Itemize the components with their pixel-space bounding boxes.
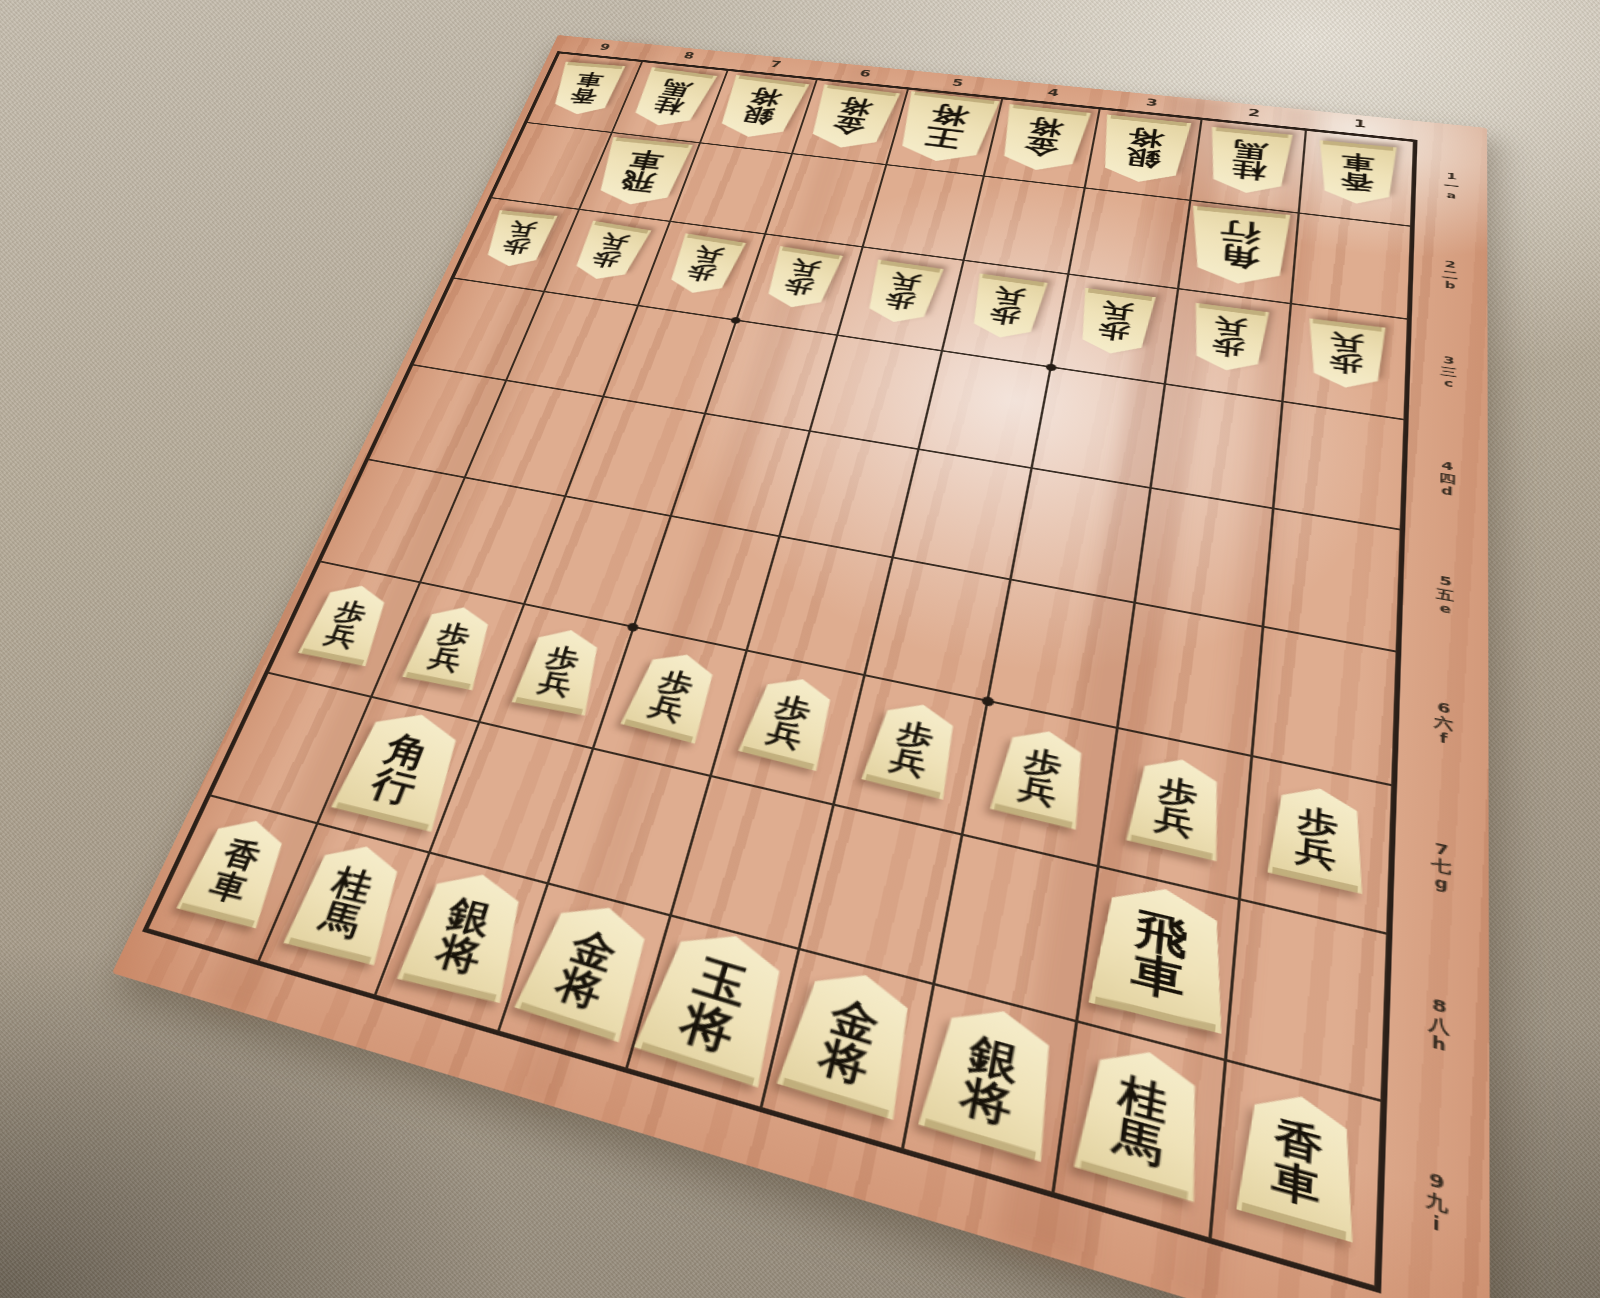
piece-kanji-char: 兵: [1329, 330, 1363, 355]
piece-kanji-char: 兵: [1213, 314, 1247, 339]
file-label-4: 4: [1032, 85, 1075, 100]
piece-kanji-char: 兵: [788, 257, 822, 280]
piece-kanji-char: 馬: [1232, 138, 1268, 161]
piece-king-5a[interactable]: 王将: [891, 91, 1000, 167]
piece-kanji-char: 兵: [507, 219, 539, 239]
piece-kanji-char: 兵: [993, 285, 1027, 309]
piece-kanji-char: 兵: [598, 231, 632, 253]
rank-label-d: 4四d: [1423, 456, 1472, 501]
square-5b[interactable]: [863, 165, 984, 260]
piece-kanji-char: 兵: [1101, 299, 1135, 323]
piece-kanji-char: 兵: [888, 270, 922, 293]
file-label-5: 5: [937, 75, 979, 90]
rank-label-b: 2二b: [1428, 257, 1473, 294]
square-3d[interactable]: [1032, 367, 1164, 488]
file-label-8: 8: [669, 49, 709, 63]
piece-kanji-char: 兵: [645, 691, 687, 726]
rank-label-h: 8八h: [1409, 990, 1469, 1061]
square-4e[interactable]: [893, 449, 1032, 579]
piece-kanji-char: 兵: [691, 244, 725, 266]
piece-bishop-2b[interactable]: 角行: [1187, 206, 1290, 289]
piece-kanji-char: 兵: [1017, 773, 1060, 811]
piece-kanji-char: 車: [1129, 950, 1186, 1007]
piece-kanji-char: 将: [815, 1034, 873, 1091]
rank-label-a: 1一a: [1430, 169, 1473, 203]
piece-pawn-4c[interactable]: 歩兵: [966, 274, 1048, 343]
piece-kanji-char: 兵: [426, 644, 465, 675]
rank-label-g: 7七g: [1413, 835, 1470, 898]
rank-label-i: 9九i: [1404, 1164, 1468, 1245]
piece-kanji-char: 兵: [1153, 802, 1196, 841]
file-label-6: 6: [845, 66, 886, 80]
piece-kanji-char: 行: [367, 765, 421, 810]
piece-pawn-2c[interactable]: 歩兵: [1188, 303, 1268, 376]
piece-kanji-char: 車: [1341, 151, 1375, 173]
piece-kanji-char: 将: [431, 931, 485, 980]
piece-kanji-char: 兵: [764, 717, 806, 753]
file-label-1: 1: [1337, 116, 1382, 132]
file-label-2: 2: [1232, 105, 1277, 121]
rank-label-f: 6六f: [1416, 696, 1470, 752]
piece-kanji-char: 車: [574, 70, 605, 88]
piece-kanji-char: 兵: [535, 668, 574, 700]
piece-kanji-char: 将: [928, 102, 971, 128]
piece-kanji-char: 車: [1270, 1157, 1321, 1213]
rank-label-e: 5五e: [1420, 570, 1471, 620]
piece-gold-4a[interactable]: 金将: [995, 104, 1092, 175]
square-4d[interactable]: [919, 351, 1052, 469]
piece-silver-3a[interactable]: 銀将: [1096, 114, 1192, 186]
piece-kanji-char: 将: [746, 85, 784, 108]
piece-kanji-char: 将: [550, 962, 607, 1015]
piece-kanji-char: 車: [626, 147, 666, 171]
photo-scene: 987654321 1一a2二b3三c4四d5五e6六f7七g8八h9九i 香車…: [0, 0, 1600, 1298]
piece-kanji-char: 将: [1127, 125, 1165, 149]
square-1b[interactable]: [1291, 213, 1412, 319]
piece-lance-1a[interactable]: 香車: [1317, 140, 1397, 207]
file-label-9: 9: [586, 40, 625, 53]
piece-knight-2a[interactable]: 桂馬: [1204, 127, 1292, 198]
piece-kanji-char: 将: [1027, 115, 1065, 139]
piece-kanji-char: 将: [958, 1073, 1016, 1132]
square-2d[interactable]: [1150, 384, 1282, 509]
piece-kanji-char: 兵: [322, 621, 361, 651]
piece-pawn-1c[interactable]: 歩兵: [1306, 319, 1385, 393]
piece-kanji-char: 将: [836, 95, 874, 118]
piece-kanji-char: 馬: [316, 899, 366, 943]
piece-kanji-char: 将: [675, 997, 740, 1059]
square-3b[interactable]: [1069, 188, 1190, 288]
piece-kanji-char: 車: [205, 868, 252, 908]
piece-kanji-char: 馬: [659, 77, 695, 98]
rank-label-c: 3三c: [1425, 352, 1472, 393]
piece-kanji-char: 兵: [1295, 833, 1338, 873]
square-4b[interactable]: [964, 176, 1085, 274]
piece-kanji-char: 馬: [1110, 1114, 1165, 1172]
square-1d[interactable]: [1273, 401, 1405, 530]
file-label-3: 3: [1130, 95, 1174, 110]
shogi-board-sheet: 987654321 1一a2二b3三c4四d5五e6六f7七g8八h9九i 香車…: [112, 35, 1490, 1298]
piece-kanji-char: 行: [1219, 218, 1260, 246]
file-label-7: 7: [756, 57, 796, 71]
piece-kanji-char: 兵: [888, 744, 930, 781]
piece-pawn-3c[interactable]: 歩兵: [1075, 288, 1156, 359]
